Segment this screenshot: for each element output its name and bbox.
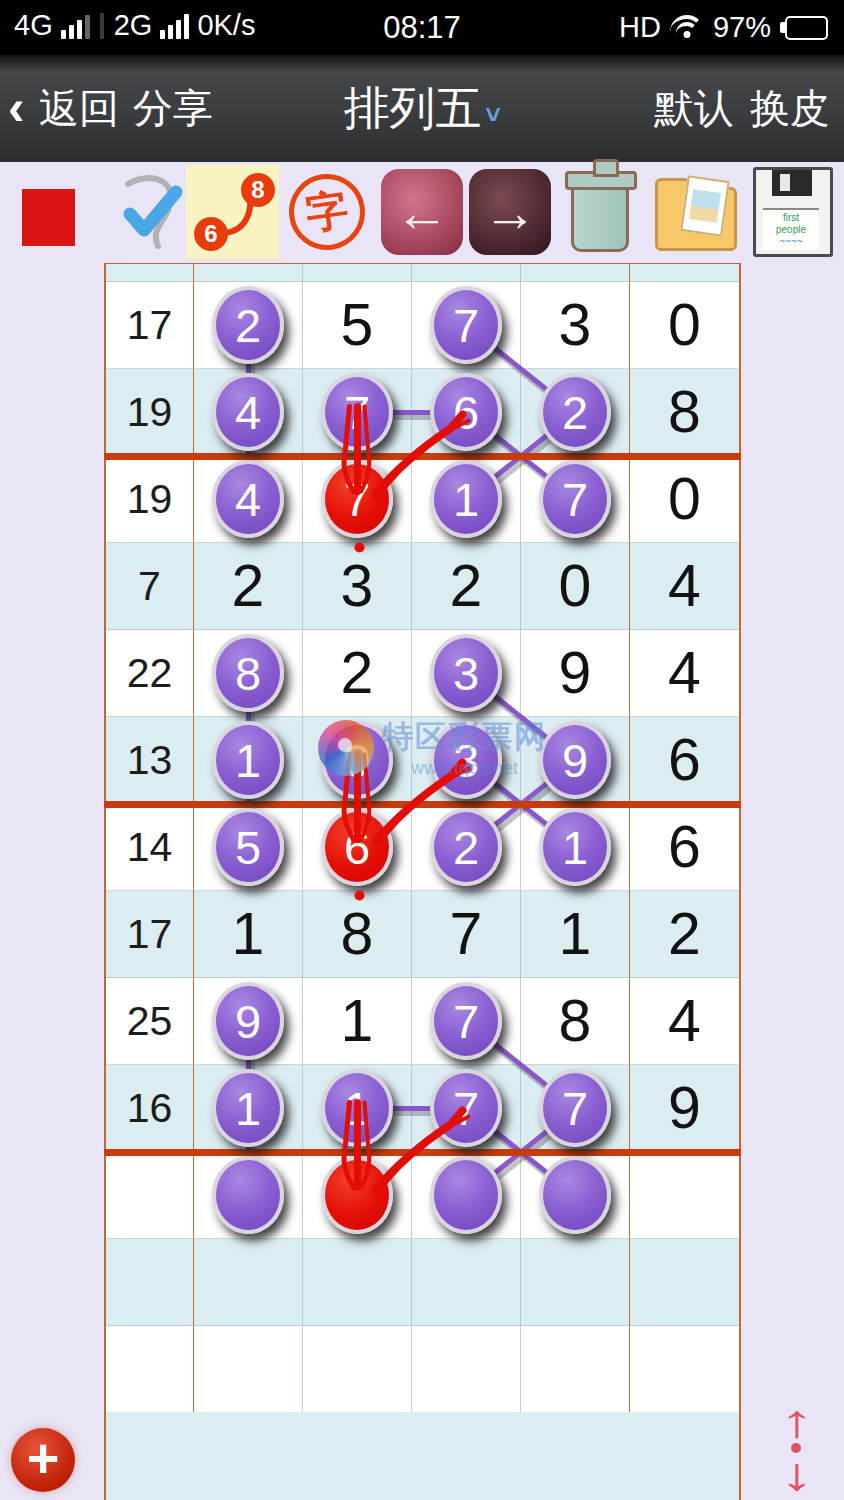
purple-circle-mark: 6 (430, 373, 502, 451)
purple-circle-mark: 2 (430, 808, 502, 886)
cell-r5c1[interactable]: 8 (194, 630, 303, 717)
cell-r1c5[interactable]: 0 (630, 282, 739, 369)
cell-r12c1[interactable] (194, 1239, 303, 1326)
text-stamp-button[interactable]: 字 (282, 165, 372, 259)
cell-r4c2[interactable]: 3 (303, 543, 412, 630)
purple-circle-mark: 8 (212, 634, 284, 712)
row-label (106, 1326, 194, 1413)
purple-circle-mark: 2 (212, 286, 284, 364)
cell-r13c2[interactable] (303, 1326, 412, 1413)
purple-circle-mark: 2 (539, 373, 611, 451)
cell-r4c5[interactable]: 4 (630, 543, 739, 630)
cell-r13c3[interactable] (412, 1326, 521, 1413)
purple-circle-mark: 7 (321, 373, 393, 451)
purple-circle-mark: 9 (539, 721, 611, 799)
row-label (106, 1152, 194, 1239)
row-label: 16 (106, 1065, 194, 1152)
battery-percent: 97% (713, 11, 771, 44)
purple-circle-mark: 1 (212, 1069, 284, 1147)
status-bar: 4G 2G 0K/s 08:17 HD 97% (0, 0, 844, 55)
cell-r13c1[interactable] (194, 1326, 303, 1413)
red-circle-mark: 6 (321, 808, 393, 886)
cell-r7c4[interactable]: 1 (521, 804, 630, 891)
toolbar: 8 6 字 ← → first people~~~~ (0, 163, 844, 261)
cell-r5c3[interactable]: 3 (412, 630, 521, 717)
cell-r10c5[interactable]: 9 (630, 1065, 739, 1152)
cell-r3c2[interactable]: 7 (303, 456, 412, 543)
row-label: 14 (106, 804, 194, 891)
row-label: 17 (106, 282, 194, 369)
cell-r5c5[interactable]: 4 (630, 630, 739, 717)
purple-circle-mark: 1 (539, 808, 611, 886)
cell-r4c4[interactable]: 0 (521, 543, 630, 630)
row-label: 7 (106, 543, 194, 630)
period-separator (104, 801, 741, 808)
cell-r1c4[interactable]: 3 (521, 282, 630, 369)
cell-r1c2[interactable]: 5 (303, 282, 412, 369)
add-button[interactable]: + (11, 1428, 75, 1492)
gallery-icon (655, 187, 737, 251)
left-arrow-icon: ← (381, 169, 463, 255)
purple-circle-mark: 7 (539, 1069, 611, 1147)
purple-circle-mark: 7 (430, 982, 502, 1060)
plus-icon: + (27, 1430, 60, 1486)
purple-circle-mark: 9 (212, 982, 284, 1060)
check-tool-button[interactable] (108, 165, 198, 259)
row-label: 17 (106, 891, 194, 978)
number-grid: 1725730194762819471707232042282394131039… (106, 264, 739, 1413)
cell-r8c4[interactable]: 1 (521, 891, 630, 978)
purple-circle-mark: 4 (212, 373, 284, 451)
purple-circle-mark: 4 (212, 460, 284, 538)
cell-r9c5[interactable]: 4 (630, 978, 739, 1065)
trash-button[interactable] (555, 165, 645, 259)
purple-circle-mark (539, 1156, 611, 1234)
change-skin-button[interactable]: 换皮 (750, 81, 830, 136)
cell-r12c2[interactable] (303, 1239, 412, 1326)
cell-r6c2[interactable]: 0 (303, 717, 412, 804)
purple-circle-mark: 1 (430, 460, 502, 538)
strip-cell (521, 264, 630, 282)
gallery-button[interactable] (651, 165, 741, 259)
purple-circle-mark: 1 (321, 1069, 393, 1147)
chevron-down-icon: ˅ (485, 100, 500, 131)
battery-icon (780, 16, 830, 40)
cell-r11c1[interactable] (194, 1152, 303, 1239)
cell-r10c4[interactable]: 7 (521, 1065, 630, 1152)
cell-r10c1[interactable]: 1 (194, 1065, 303, 1152)
cell-r3c3[interactable]: 1 (412, 456, 521, 543)
cell-r12c5[interactable] (630, 1239, 739, 1326)
cell-r10c3[interactable]: 7 (412, 1065, 521, 1152)
row-label: 22 (106, 630, 194, 717)
row-label: 25 (106, 978, 194, 1065)
cell-r9c4[interactable]: 8 (521, 978, 630, 1065)
cell-r8c2[interactable]: 8 (303, 891, 412, 978)
cell-r2c4[interactable]: 2 (521, 369, 630, 456)
default-skin-button[interactable]: 默认 (654, 81, 734, 136)
cell-r6c1[interactable]: 1 (194, 717, 303, 804)
cell-r9c1[interactable]: 9 (194, 978, 303, 1065)
cell-r10c2[interactable]: 1 (303, 1065, 412, 1152)
strip-cell (194, 264, 303, 282)
red-circle-mark (321, 1156, 393, 1234)
trend-top-bubble: 8 (241, 173, 275, 207)
red-circle-mark: 7 (321, 460, 393, 538)
period-separator (104, 453, 741, 460)
purple-circle-mark: 0 (321, 721, 393, 799)
cell-r5c2[interactable]: 2 (303, 630, 412, 717)
wifi-icon (670, 15, 704, 41)
cell-r11c3[interactable] (412, 1152, 521, 1239)
cell-r8c5[interactable]: 2 (630, 891, 739, 978)
cell-r12c4[interactable] (521, 1239, 630, 1326)
purple-circle-mark: 3 (430, 634, 502, 712)
cell-r9c2[interactable]: 1 (303, 978, 412, 1065)
purple-circle-mark (430, 1156, 502, 1234)
cell-r2c1[interactable]: 4 (194, 369, 303, 456)
trend-line-tool-button[interactable]: 8 6 (186, 165, 279, 259)
purple-circle-mark: 7 (430, 1069, 502, 1147)
stamp-icon: 字 (284, 169, 370, 255)
save-button[interactable]: first people~~~~ (748, 165, 838, 259)
cell-r13c5[interactable] (630, 1326, 739, 1413)
purple-circle-mark: 3 (430, 721, 502, 799)
cell-r1c1[interactable]: 2 (194, 282, 303, 369)
cell-r4c3[interactable]: 2 (412, 543, 521, 630)
cell-r6c4[interactable]: 9 (521, 717, 630, 804)
red-square-tool[interactable] (22, 189, 75, 246)
cell-r12c3[interactable] (412, 1239, 521, 1326)
undo-left-button[interactable]: ← (377, 165, 467, 259)
redo-right-button[interactable]: → (465, 165, 555, 259)
purple-circle-mark: 1 (212, 721, 284, 799)
scroll-control[interactable]: ↑ ↓ (766, 1402, 826, 1494)
scroll-down-icon[interactable]: ↓ (779, 1455, 814, 1494)
cell-r9c3[interactable]: 7 (412, 978, 521, 1065)
cell-r4c1[interactable]: 2 (194, 543, 303, 630)
cell-r3c1[interactable]: 4 (194, 456, 303, 543)
strip-cell (630, 264, 739, 282)
cell-r11c2[interactable] (303, 1152, 412, 1239)
cell-r1c3[interactable]: 7 (412, 282, 521, 369)
trend-bottom-bubble: 6 (194, 217, 228, 251)
cell-r7c2[interactable]: 6 (303, 804, 412, 891)
strip-cell (412, 264, 521, 282)
cell-r2c3[interactable]: 6 (412, 369, 521, 456)
cell-r11c4[interactable] (521, 1152, 630, 1239)
purple-circle-mark: 7 (430, 286, 502, 364)
cell-r8c1[interactable]: 1 (194, 891, 303, 978)
cell-r11c5[interactable] (630, 1152, 739, 1239)
page-title: 排列五 (343, 78, 481, 140)
cell-r7c1[interactable]: 5 (194, 804, 303, 891)
cell-r6c5[interactable]: 6 (630, 717, 739, 804)
cell-r7c3[interactable]: 2 (412, 804, 521, 891)
row-label: 19 (106, 456, 194, 543)
next-row-strip (104, 1412, 741, 1500)
trend-chart-board: 1725730194762819471707232042282394131039… (104, 263, 741, 1412)
nav-bar: ‹ 返回 分享 排列五 ˅ 默认 换皮 (0, 55, 844, 162)
strip-cell (303, 264, 412, 282)
purple-circle-mark: 7 (539, 460, 611, 538)
scroll-up-icon[interactable]: ↑ (779, 1402, 814, 1441)
carrier-label: HD (619, 11, 661, 44)
strip-cell (106, 264, 194, 282)
period-separator (104, 1149, 741, 1156)
right-arrow-icon: → (469, 169, 551, 255)
row-label: 13 (106, 717, 194, 804)
cell-r3c4[interactable]: 7 (521, 456, 630, 543)
purple-circle-mark (212, 1156, 284, 1234)
cell-r2c2[interactable]: 7 (303, 369, 412, 456)
cell-r8c3[interactable]: 7 (412, 891, 521, 978)
cell-r3c5[interactable]: 0 (630, 456, 739, 543)
cell-r6c3[interactable]: 3 (412, 717, 521, 804)
purple-circle-mark: 5 (212, 808, 284, 886)
check-pen-icon (114, 170, 192, 254)
cell-r2c5[interactable]: 8 (630, 369, 739, 456)
cell-r7c5[interactable]: 6 (630, 804, 739, 891)
row-label: 19 (106, 369, 194, 456)
floppy-disk-icon: first people~~~~ (753, 167, 833, 257)
cell-r5c4[interactable]: 9 (521, 630, 630, 717)
trash-icon (571, 184, 629, 252)
cell-r13c4[interactable] (521, 1326, 630, 1413)
row-label (106, 1239, 194, 1326)
